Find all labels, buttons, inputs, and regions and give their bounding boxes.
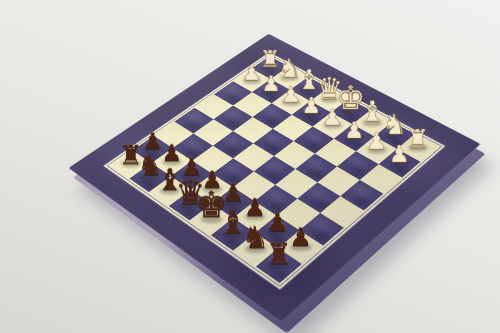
chess-board bbox=[68, 34, 480, 322]
board-scene bbox=[0, 0, 500, 333]
photo-backdrop: ♜♞♟♝♟♛♟♚♟♝♟♞♟♜♟♟♟♟♜♟♞♟♝♟♛♟♚♟♝♟♞♜ bbox=[0, 0, 500, 333]
